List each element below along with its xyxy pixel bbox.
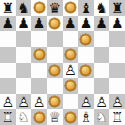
black-pawn-piece[interactable]: ♟ <box>2 16 15 30</box>
square-f8[interactable]: ♝ <box>78 0 94 16</box>
square-d5[interactable] <box>47 47 63 63</box>
square-c3[interactable] <box>31 78 47 94</box>
white-pawn-piece[interactable]: ♟♙ <box>95 95 108 109</box>
square-d4[interactable] <box>47 63 63 79</box>
square-d6[interactable] <box>47 31 63 47</box>
white-pawn-piece[interactable]: ♟♙ <box>64 63 77 77</box>
black-pawn-piece[interactable]: ♟ <box>80 16 93 30</box>
square-h7[interactable]: ♟ <box>109 16 125 32</box>
square-a4[interactable] <box>0 63 16 79</box>
white-rook-piece[interactable]: ♜♖ <box>111 110 124 124</box>
square-g7[interactable]: ♟ <box>94 16 110 32</box>
coin-c5[interactable] <box>34 49 45 60</box>
white-knight-piece[interactable]: ♞♘ <box>95 110 108 124</box>
white-pawn-piece[interactable]: ♟♙ <box>111 95 124 109</box>
white-knight-piece[interactable]: ♞♘ <box>17 110 30 124</box>
square-e8[interactable] <box>63 0 79 16</box>
square-b2[interactable]: ♟♙ <box>16 94 32 110</box>
square-h8[interactable]: ♜ <box>109 0 125 16</box>
square-e1[interactable] <box>63 109 79 125</box>
square-f6[interactable] <box>78 31 94 47</box>
square-e5[interactable] <box>63 47 79 63</box>
square-b6[interactable] <box>16 31 32 47</box>
square-b1[interactable]: ♞♘ <box>16 109 32 125</box>
black-knight-piece[interactable]: ♞ <box>17 1 30 15</box>
square-f5[interactable] <box>78 47 94 63</box>
square-d2[interactable] <box>47 94 63 110</box>
square-d7[interactable] <box>47 16 63 32</box>
chess-board: ♜♞♛♝♞♜♟♟♟♟♟♟♟♟♙♟♙♟♙♟♙♟♙♟♙♟♙♜♖♞♘♛♕♝♗♞♘♜♖ <box>0 0 125 125</box>
white-queen-piece[interactable]: ♛♕ <box>48 110 61 124</box>
square-e2[interactable] <box>63 94 79 110</box>
square-h2[interactable]: ♟♙ <box>109 94 125 110</box>
square-a7[interactable]: ♟ <box>0 16 16 32</box>
square-a3[interactable] <box>0 78 16 94</box>
square-b3[interactable] <box>16 78 32 94</box>
square-d8[interactable]: ♛ <box>47 0 63 16</box>
black-rook-piece[interactable]: ♜ <box>111 1 124 15</box>
coin-e3[interactable] <box>65 80 76 91</box>
square-f1[interactable]: ♝♗ <box>78 109 94 125</box>
square-c6[interactable] <box>31 31 47 47</box>
square-b5[interactable] <box>16 47 32 63</box>
coin-e5[interactable] <box>65 49 76 60</box>
square-c5[interactable] <box>31 47 47 63</box>
square-c8[interactable] <box>31 0 47 16</box>
black-bishop-piece[interactable]: ♝ <box>80 1 93 15</box>
white-pawn-piece[interactable]: ♟♙ <box>17 95 30 109</box>
black-pawn-piece[interactable]: ♟ <box>111 16 124 30</box>
square-f2[interactable]: ♟♙ <box>78 94 94 110</box>
coin-f4[interactable] <box>80 65 91 76</box>
square-d3[interactable] <box>47 78 63 94</box>
square-e3[interactable] <box>63 78 79 94</box>
square-h5[interactable] <box>109 47 125 63</box>
square-c1[interactable] <box>31 109 47 125</box>
white-pawn-piece[interactable]: ♟♙ <box>33 95 46 109</box>
square-h6[interactable] <box>109 31 125 47</box>
square-g2[interactable]: ♟♙ <box>94 94 110 110</box>
white-pawn-piece[interactable]: ♟♙ <box>80 95 93 109</box>
square-f3[interactable] <box>78 78 94 94</box>
coin-c8[interactable] <box>34 2 45 13</box>
black-pawn-piece[interactable]: ♟ <box>33 16 46 30</box>
square-g8[interactable]: ♞ <box>94 0 110 16</box>
square-c2[interactable]: ♟♙ <box>31 94 47 110</box>
coin-d7[interactable] <box>49 18 60 29</box>
black-rook-piece[interactable]: ♜ <box>2 1 15 15</box>
black-pawn-piece[interactable]: ♟ <box>95 16 108 30</box>
square-e6[interactable] <box>63 31 79 47</box>
square-h4[interactable] <box>109 63 125 79</box>
square-b4[interactable] <box>16 63 32 79</box>
black-pawn-piece[interactable]: ♟ <box>17 16 30 30</box>
coin-d4[interactable] <box>49 65 60 76</box>
square-e7[interactable]: ♟ <box>63 16 79 32</box>
square-b8[interactable]: ♞ <box>16 0 32 16</box>
white-bishop-piece[interactable]: ♝♗ <box>80 110 93 124</box>
coin-e8[interactable] <box>65 2 76 13</box>
coin-e1[interactable] <box>65 112 76 123</box>
square-g5[interactable] <box>94 47 110 63</box>
square-a6[interactable] <box>0 31 16 47</box>
square-g3[interactable] <box>94 78 110 94</box>
white-rook-piece[interactable]: ♜♖ <box>2 110 15 124</box>
black-queen-piece[interactable]: ♛ <box>48 1 61 15</box>
coin-c1[interactable] <box>34 112 45 123</box>
square-c7[interactable]: ♟ <box>31 16 47 32</box>
square-a2[interactable]: ♟♙ <box>0 94 16 110</box>
coin-d2[interactable] <box>49 96 60 107</box>
square-h3[interactable] <box>109 78 125 94</box>
square-f4[interactable] <box>78 63 94 79</box>
black-knight-piece[interactable]: ♞ <box>95 1 108 15</box>
square-a8[interactable]: ♜ <box>0 0 16 16</box>
black-pawn-piece[interactable]: ♟ <box>64 16 77 30</box>
square-g6[interactable] <box>94 31 110 47</box>
square-c4[interactable] <box>31 63 47 79</box>
square-a1[interactable]: ♜♖ <box>0 109 16 125</box>
square-g4[interactable] <box>94 63 110 79</box>
white-pawn-piece[interactable]: ♟♙ <box>2 95 15 109</box>
square-g1[interactable]: ♞♘ <box>94 109 110 125</box>
square-f7[interactable]: ♟ <box>78 16 94 32</box>
square-e4[interactable]: ♟♙ <box>63 63 79 79</box>
square-a5[interactable] <box>0 47 16 63</box>
square-b7[interactable]: ♟ <box>16 16 32 32</box>
square-h1[interactable]: ♜♖ <box>109 109 125 125</box>
coin-f6[interactable] <box>80 34 91 45</box>
square-d1[interactable]: ♛♕ <box>47 109 63 125</box>
